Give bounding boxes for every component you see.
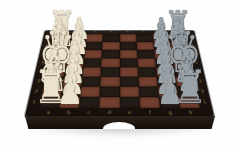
piece-white-pawn: ♟ [57,73,84,109]
chess-set-photo: abcdefgh abcdefgh 87654321 87654321 ♜♟♟♜… [0,0,240,150]
piece-black-rook: ♜ [173,64,207,110]
pieces-layer: ♜♟♟♜♞♟♟♞♝♟♟♝♛♟♟♛♚♟♟♚♝♟♟♝♞♟♟♞♜♟♟♜ [0,0,240,150]
